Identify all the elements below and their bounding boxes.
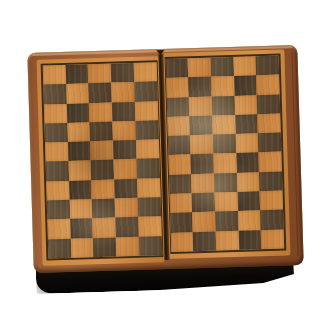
board-square: [169, 193, 192, 213]
board-square: [136, 159, 159, 179]
folding-checkerboard: [27, 45, 304, 305]
board-square: [188, 58, 211, 78]
board-square: [67, 103, 90, 123]
board-square: [137, 178, 160, 198]
board-square: [115, 198, 138, 218]
board-square: [168, 174, 191, 194]
board-square: [90, 121, 113, 141]
board-square: [43, 65, 66, 85]
board-square: [214, 192, 237, 212]
board-square: [67, 122, 90, 142]
board-square: [189, 96, 212, 116]
board-square: [68, 141, 91, 161]
board-square: [135, 101, 158, 121]
board-square: [256, 75, 279, 95]
board-square: [191, 154, 214, 174]
board-square: [256, 56, 279, 76]
board-square: [112, 121, 135, 141]
board-square: [214, 173, 237, 193]
board-square: [70, 219, 93, 239]
board-square: [136, 139, 159, 159]
board-square: [89, 83, 112, 103]
board-square: [216, 231, 239, 251]
board-square: [238, 230, 261, 250]
board-square: [210, 57, 233, 77]
board-right-field: [164, 54, 286, 254]
board-square: [137, 197, 160, 217]
board-square: [193, 231, 216, 251]
board-square: [235, 133, 258, 153]
board-square: [91, 160, 114, 180]
hinge-notch: [156, 50, 164, 55]
board-square: [170, 232, 193, 252]
board-square: [115, 217, 138, 237]
board-square: [213, 153, 236, 173]
board-left-half: [37, 56, 165, 266]
board-square: [46, 181, 69, 201]
board-square: [259, 152, 282, 172]
board-left-field: [41, 60, 163, 260]
board-square: [213, 134, 236, 154]
board-square: [192, 212, 215, 232]
board-square: [44, 123, 67, 143]
board-square: [238, 211, 261, 231]
board-square: [47, 200, 70, 220]
board-square: [65, 64, 88, 84]
board-square: [43, 84, 66, 104]
board-square: [189, 115, 212, 135]
board-square: [168, 155, 191, 175]
board-frame: [27, 45, 303, 273]
board-square: [114, 159, 137, 179]
product-photo-background: [0, 0, 332, 332]
board-square: [45, 142, 68, 162]
board-square: [133, 62, 156, 82]
board-square: [234, 95, 257, 115]
board-square: [116, 237, 139, 257]
board-square: [167, 116, 190, 136]
board-square: [113, 140, 136, 160]
board-square: [260, 210, 283, 230]
board-square: [166, 97, 189, 117]
board-square: [167, 135, 190, 155]
board-square: [191, 173, 214, 193]
board-square: [92, 199, 115, 219]
board-square: [165, 58, 188, 78]
board-square: [212, 115, 235, 135]
board-square: [89, 102, 112, 122]
board-square: [237, 191, 260, 211]
board-square: [260, 191, 283, 211]
board-square: [188, 77, 211, 97]
board-square: [259, 171, 282, 191]
board-square: [234, 76, 257, 96]
board-square: [237, 172, 260, 192]
board-square: [233, 56, 256, 76]
board-square: [88, 64, 111, 84]
board-square: [44, 104, 67, 124]
board-square: [71, 238, 94, 258]
board-square: [236, 153, 259, 173]
board-square: [112, 101, 135, 121]
board-square: [211, 76, 234, 96]
board-square: [257, 94, 280, 114]
board-square: [111, 82, 134, 102]
board-square: [93, 218, 116, 238]
board-square: [93, 237, 116, 257]
board-square: [68, 161, 91, 181]
board-square: [258, 113, 281, 133]
board-square: [139, 236, 162, 256]
board-square: [235, 114, 258, 134]
board-square: [138, 217, 161, 237]
board-square: [166, 78, 189, 98]
board-square: [47, 219, 70, 239]
board-square: [261, 229, 284, 249]
board-square: [170, 213, 193, 233]
board-right-half: [163, 49, 291, 259]
board-square: [111, 63, 134, 83]
board-square: [48, 239, 71, 259]
board-square: [134, 82, 157, 102]
board-square: [190, 135, 213, 155]
board-square: [135, 120, 158, 140]
board-square: [215, 211, 238, 231]
board-square: [69, 180, 92, 200]
board-square: [90, 141, 113, 161]
board-square: [92, 179, 115, 199]
board-square: [66, 84, 89, 104]
board-square: [212, 96, 235, 116]
board-square: [46, 161, 69, 181]
board-square: [114, 179, 137, 199]
board-square: [192, 193, 215, 213]
board-square: [258, 133, 281, 153]
board-square: [69, 199, 92, 219]
